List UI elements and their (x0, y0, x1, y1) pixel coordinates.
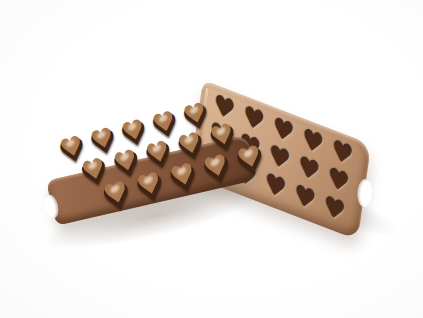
handle-notch (356, 176, 374, 209)
product-photo: ♥♥♥♥♥♥♥♥♥♥♥♥♥♥♥ ♥♥♥♥♥♥♥♥♥♥♥♥♥♥♥♥♥♥♥♥♥♥♥♥… (0, 0, 423, 318)
chocolate-pieces: ♥♥♥♥♥♥♥♥♥♥♥♥♥♥♥♥♥♥♥♥♥♥♥♥♥♥♥♥♥♥ (55, 81, 293, 235)
chocolate-heart-piece: ♥♥ (232, 139, 273, 179)
handle-notch (42, 193, 60, 219)
